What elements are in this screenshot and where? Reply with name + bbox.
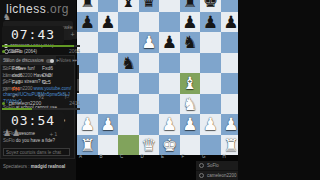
bottom-player-name: cameleon2200 <box>8 100 41 106</box>
square-d2[interactable] <box>139 114 160 135</box>
square-e7[interactable] <box>159 12 180 33</box>
square-b4[interactable] <box>98 73 119 94</box>
square-g5[interactable] <box>200 53 221 74</box>
square-c7[interactable] <box>118 12 139 33</box>
square-b5[interactable] <box>98 53 119 74</box>
first-move-icon[interactable]: ⏮ <box>20 56 29 64</box>
square-d7[interactable] <box>139 12 160 33</box>
white-rook-piece[interactable]: ♜ <box>223 135 238 155</box>
move-white[interactable]: Fe3 <box>12 79 42 86</box>
player-circle-icon <box>199 163 204 168</box>
square-d6[interactable]: ♟ <box>139 32 160 53</box>
file-label-E: E <box>159 154 180 159</box>
white-bishop-piece[interactable]: ♝ <box>182 73 197 93</box>
square-c1[interactable] <box>118 135 139 156</box>
square-e4[interactable] <box>159 73 180 94</box>
square-g7[interactable]: ♟ <box>200 12 221 33</box>
square-c8[interactable]: ♝ <box>118 0 139 12</box>
move-black[interactable]: O-O <box>42 72 72 79</box>
white-pawn-piece[interactable]: ♟ <box>182 114 197 134</box>
square-d1[interactable]: ♛ <box>139 135 160 156</box>
black-knight-piece[interactable]: ♞ <box>121 53 136 73</box>
captured-pieces-top: ♞ <box>3 12 12 22</box>
white-pawn-piece[interactable]: ♟ <box>100 114 115 134</box>
white-queen-piece[interactable]: ♛ <box>141 135 156 155</box>
square-b2[interactable]: ♟ <box>98 114 119 135</box>
top-clock-bar <box>2 45 80 47</box>
black-knight-piece[interactable]: ♞ <box>182 32 197 52</box>
chess-board[interactable]: ♜♝♛♜♚♟♟♟♟♟♟♟♞♞♝♞♟♟♟♟♟♟♜♛♚♜ <box>77 0 241 155</box>
square-a5[interactable] <box>77 53 98 74</box>
square-e2[interactable]: ♟ <box>159 114 180 135</box>
white-pawn-piece[interactable]: ♟ <box>162 114 177 134</box>
material-advantage: +1 <box>49 131 58 137</box>
square-g1[interactable] <box>200 135 221 156</box>
square-b7[interactable]: ♟ <box>98 12 119 33</box>
move-row: 12Fd6+Fxd6 <box>2 65 76 72</box>
file-label-A: A <box>77 154 98 159</box>
square-a3[interactable] <box>77 94 98 115</box>
online-dot-icon <box>2 102 5 105</box>
move-list: 12Fd6+Fxd613cxd6O-O14Fe3Cc515Ff4 <box>2 65 76 93</box>
chat-input[interactable] <box>3 148 70 156</box>
top-player-row[interactable]: SoFlo 2064 <box>2 48 80 55</box>
lichess-logo: lichess.org <box>6 2 76 16</box>
square-c4[interactable] <box>118 73 139 94</box>
last-move-icon[interactable]: ⏭ <box>71 56 80 64</box>
move-row: 14Fe3Cc5 <box>2 79 76 86</box>
square-a6[interactable] <box>77 32 98 53</box>
square-f3[interactable]: ♞ <box>180 94 201 115</box>
black-pawn-piece[interactable]: ♟ <box>223 12 238 32</box>
move-list-scrollbar[interactable] <box>77 65 79 93</box>
square-c3[interactable] <box>118 94 139 115</box>
square-c2[interactable] <box>118 114 139 135</box>
white-king-piece[interactable]: ♚ <box>162 135 177 155</box>
white-pawn-piece[interactable]: ♟ <box>223 114 238 134</box>
move-black[interactable] <box>42 86 72 93</box>
move-row: 13cxd6O-O <box>2 72 76 79</box>
white-rook-piece[interactable]: ♜ <box>80 135 95 155</box>
square-a4[interactable] <box>77 73 98 94</box>
square-f1[interactable] <box>180 135 201 156</box>
spectators-line: Spectateurs : madgid realnoal <box>3 164 113 169</box>
online-dot-icon <box>2 50 5 53</box>
square-b3[interactable] <box>98 94 119 115</box>
square-d3[interactable] <box>139 94 160 115</box>
next-move-icon[interactable]: ▸ <box>55 56 62 64</box>
black-pawn-piece[interactable]: ♟ <box>182 12 197 32</box>
square-c6[interactable] <box>118 32 139 53</box>
spectator-names[interactable]: madgid realnoal <box>31 164 66 169</box>
board-file-coordinates: ABCDEFGH <box>77 154 241 159</box>
move-white[interactable]: cxd6 <box>12 72 42 79</box>
black-pawn-piece[interactable]: ♟ <box>203 12 218 32</box>
captured-pieces-bottom: ♟♟+1 <box>3 128 59 138</box>
white-pawn-piece[interactable]: ♟ <box>141 32 156 52</box>
game-side-panel <box>238 0 320 180</box>
black-pawn-piece[interactable]: ♟ <box>162 32 177 52</box>
flip-board-icon[interactable]: ⟲ <box>2 56 11 64</box>
square-d8[interactable]: ♛ <box>139 0 160 12</box>
square-a1[interactable]: ♜ <box>77 135 98 156</box>
square-f8[interactable]: ♜ <box>180 0 201 12</box>
white-knight-piece[interactable]: ♞ <box>182 94 197 114</box>
square-a2[interactable]: ♟ <box>77 114 98 135</box>
square-c5[interactable]: ♞ <box>118 53 139 74</box>
give-time-button[interactable]: + <box>68 30 77 39</box>
file-label-G: G <box>200 154 221 159</box>
move-black[interactable]: Cc5 <box>42 79 72 86</box>
square-b1[interactable] <box>98 135 119 156</box>
move-black[interactable]: Fxd6 <box>42 65 72 72</box>
black-king-piece[interactable]: ♚ <box>203 0 218 11</box>
square-a8[interactable]: ♜ <box>77 0 98 12</box>
square-d4[interactable] <box>139 73 160 94</box>
square-e3[interactable] <box>159 94 180 115</box>
square-f7[interactable]: ♟ <box>180 12 201 33</box>
move-white[interactable]: Fd6+ <box>12 65 42 72</box>
top-player-rating: 2064 <box>69 48 80 55</box>
black-rook-piece[interactable]: ♜ <box>80 0 95 11</box>
square-a7[interactable]: ♟ <box>77 12 98 33</box>
file-label-F: F <box>180 154 201 159</box>
move-row: 15Ff4 <box>2 86 76 93</box>
square-e5[interactable] <box>159 53 180 74</box>
square-f2[interactable]: ♟ <box>180 114 201 135</box>
black-bishop-piece[interactable]: ♝ <box>121 0 136 11</box>
move-white[interactable]: Ff4 <box>12 86 42 93</box>
chat-message: SoFlodo you have a fide? <box>3 138 72 145</box>
black-pawn-piece[interactable]: ♟ <box>80 12 95 32</box>
square-b8[interactable] <box>98 0 119 12</box>
square-f5[interactable] <box>180 53 201 74</box>
player-circle-icon <box>199 173 204 178</box>
move-navigation-controls: ⟲⏮◂▸⏭ <box>2 56 80 64</box>
square-b6[interactable] <box>98 32 119 53</box>
square-f6[interactable]: ♞ <box>180 32 201 53</box>
square-g3[interactable] <box>200 94 221 115</box>
square-e8[interactable] <box>159 0 180 12</box>
file-label-B: B <box>98 154 119 159</box>
logo-suffix: .org <box>46 2 69 16</box>
square-g8[interactable]: ♚ <box>200 0 221 12</box>
white-pawn-piece[interactable]: ♟ <box>80 114 95 134</box>
bottom-clock-bar <box>2 108 80 110</box>
black-pawn-piece[interactable]: ♟ <box>100 12 115 32</box>
square-g4[interactable] <box>200 73 221 94</box>
square-e1[interactable]: ♚ <box>159 135 180 156</box>
bottom-player-row[interactable]: cameleon2200 2411 <box>2 100 80 107</box>
white-pawn-piece[interactable]: ♟ <box>203 114 218 134</box>
square-d5[interactable] <box>139 53 160 74</box>
black-queen-piece[interactable]: ♛ <box>141 0 156 11</box>
square-g2[interactable]: ♟ <box>200 114 221 135</box>
file-label-D: D <box>139 154 160 159</box>
black-rook-piece[interactable]: ♜ <box>182 0 197 11</box>
bottom-player-rating: 2411 <box>69 100 80 107</box>
file-label-C: C <box>118 154 139 159</box>
square-e6[interactable]: ♟ <box>159 32 180 53</box>
top-player-name: SoFlo <box>8 48 21 54</box>
top-player-clock: 07:43 <box>2 26 64 44</box>
square-g6[interactable] <box>200 32 221 53</box>
prev-move-icon[interactable]: ◂ <box>39 56 46 64</box>
square-f4[interactable]: ♝ <box>180 73 201 94</box>
